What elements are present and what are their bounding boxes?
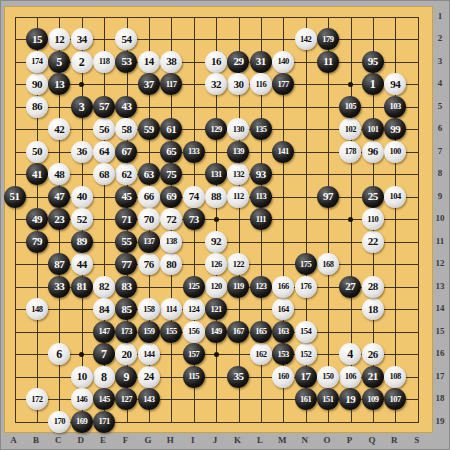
black-stone-move-57: 57 — [93, 96, 115, 118]
board-point-O17: 150 — [317, 365, 339, 388]
white-stone-move-36: 36 — [71, 141, 93, 163]
column-label-Q: Q — [363, 435, 381, 445]
board-point-E14: 84 — [93, 298, 115, 321]
white-stone-move-166: 166 — [272, 276, 294, 298]
row-label-19: 19 — [431, 416, 449, 426]
black-stone-move-19: 19 — [339, 388, 361, 410]
black-stone-move-97: 97 — [317, 186, 339, 208]
white-stone-move-64: 64 — [93, 141, 115, 163]
white-stone-move-62: 62 — [115, 163, 137, 185]
board-point-O2: 179 — [317, 28, 339, 51]
board-point-B3: 174 — [26, 50, 48, 73]
board-point-M17: 160 — [272, 365, 294, 388]
black-stone-move-165: 165 — [250, 321, 272, 343]
black-stone-move-109: 109 — [362, 388, 384, 410]
white-stone-move-170: 170 — [48, 411, 70, 433]
board-point-H14: 114 — [160, 298, 182, 321]
white-stone-move-12: 12 — [48, 28, 70, 50]
white-stone-move-10: 10 — [71, 366, 93, 388]
board-point-J4: 32 — [205, 73, 227, 96]
board-point-D18: 146 — [70, 388, 92, 411]
white-stone-move-108: 108 — [384, 366, 406, 388]
board-point-E6: 56 — [93, 118, 115, 141]
black-stone-move-129: 129 — [205, 118, 227, 140]
white-stone-move-96: 96 — [362, 141, 384, 163]
white-stone-move-88: 88 — [205, 186, 227, 208]
board-point-E3: 118 — [93, 50, 115, 73]
board-point-H10: 72 — [160, 208, 182, 231]
board-point-G6: 59 — [138, 118, 160, 141]
white-stone-move-132: 132 — [227, 163, 249, 185]
board-point-N16: 152 — [294, 343, 316, 366]
board-point-B4: 90 — [26, 73, 48, 96]
board-point-C9: 47 — [48, 185, 70, 208]
black-stone-move-79: 79 — [26, 231, 48, 253]
board-point-I13: 125 — [182, 275, 204, 298]
white-stone-move-42: 42 — [48, 118, 70, 140]
white-stone-move-126: 126 — [205, 253, 227, 275]
white-stone-move-34: 34 — [71, 28, 93, 50]
white-stone-move-76: 76 — [138, 253, 160, 275]
black-stone-move-71: 71 — [115, 208, 137, 230]
row-label-8: 8 — [431, 168, 449, 178]
white-stone-move-174: 174 — [26, 51, 48, 73]
board-point-Q11: 22 — [362, 230, 384, 253]
board-point-A9: 51 — [3, 185, 25, 208]
black-stone-move-149: 149 — [205, 321, 227, 343]
board-point-G17: 24 — [138, 365, 160, 388]
white-stone-move-154: 154 — [295, 321, 317, 343]
board-point-E13: 82 — [93, 275, 115, 298]
board-point-M3: 140 — [272, 50, 294, 73]
board-point-J13: 120 — [205, 275, 227, 298]
board-point-I16: 157 — [182, 343, 204, 366]
board-point-J11: 92 — [205, 230, 227, 253]
board-point-P7: 178 — [339, 140, 361, 163]
board-point-D9: 40 — [70, 185, 92, 208]
black-stone-move-127: 127 — [115, 388, 137, 410]
board-point-D17: 10 — [70, 365, 92, 388]
board-point-J8: 131 — [205, 163, 227, 186]
column-label-F: F — [117, 435, 135, 445]
column-label-N: N — [296, 435, 314, 445]
board-point-F6: 58 — [115, 118, 137, 141]
board-point-F10: 71 — [115, 208, 137, 231]
white-stone-move-14: 14 — [138, 51, 160, 73]
black-stone-move-99: 99 — [384, 118, 406, 140]
white-stone-move-66: 66 — [138, 186, 160, 208]
white-stone-move-86: 86 — [26, 96, 48, 118]
column-label-S: S — [408, 435, 426, 445]
white-stone-move-84: 84 — [93, 298, 115, 320]
column-label-P: P — [341, 435, 359, 445]
white-stone-move-24: 24 — [138, 366, 160, 388]
column-label-L: L — [251, 435, 269, 445]
row-label-6: 6 — [431, 123, 449, 133]
board-point-H6: 61 — [160, 118, 182, 141]
board-point-K7: 139 — [227, 140, 249, 163]
white-stone-move-104: 104 — [384, 186, 406, 208]
white-stone-move-150: 150 — [317, 366, 339, 388]
board-point-C8: 48 — [48, 163, 70, 186]
board-point-C16: 6 — [48, 343, 70, 366]
black-stone-move-53: 53 — [115, 51, 137, 73]
white-stone-move-114: 114 — [160, 298, 182, 320]
go-board[interactable]: 1234567891011121314151617181920212223242… — [4, 6, 433, 433]
board-point-K13: 119 — [227, 275, 249, 298]
black-stone-move-25: 25 — [362, 186, 384, 208]
column-label-J: J — [206, 435, 224, 445]
white-stone-move-90: 90 — [26, 73, 48, 95]
black-stone-move-95: 95 — [362, 51, 384, 73]
white-stone-move-110: 110 — [362, 208, 384, 230]
column-label-G: G — [139, 435, 157, 445]
black-stone-move-173: 173 — [115, 321, 137, 343]
black-stone-move-119: 119 — [227, 276, 249, 298]
board-point-P16: 4 — [339, 343, 361, 366]
board-point-O18: 151 — [317, 388, 339, 411]
board-point-E5: 57 — [93, 95, 115, 118]
white-stone-move-2: 2 — [71, 51, 93, 73]
black-stone-move-77: 77 — [115, 253, 137, 275]
black-stone-move-27: 27 — [339, 276, 361, 298]
board-point-C19: 170 — [48, 410, 70, 433]
board-point-H9: 69 — [160, 185, 182, 208]
black-stone-move-65: 65 — [160, 141, 182, 163]
black-stone-move-103: 103 — [384, 96, 406, 118]
black-stone-move-89: 89 — [71, 231, 93, 253]
black-stone-move-3: 3 — [71, 96, 93, 118]
white-stone-move-100: 100 — [384, 141, 406, 163]
board-point-K17: 35 — [227, 365, 249, 388]
board-point-H8: 75 — [160, 163, 182, 186]
black-stone-move-51: 51 — [4, 186, 26, 208]
white-stone-move-50: 50 — [26, 141, 48, 163]
black-stone-move-83: 83 — [115, 276, 137, 298]
white-stone-move-80: 80 — [160, 253, 182, 275]
white-stone-move-8: 8 — [93, 366, 115, 388]
row-label-5: 5 — [431, 101, 449, 111]
board-point-N17: 17 — [294, 365, 316, 388]
black-stone-move-73: 73 — [183, 208, 205, 230]
black-stone-move-135: 135 — [250, 118, 272, 140]
board-point-N18: 161 — [294, 388, 316, 411]
white-stone-move-142: 142 — [295, 28, 317, 50]
column-label-A: A — [5, 435, 23, 445]
board-point-F16: 20 — [115, 343, 137, 366]
board-point-R17: 108 — [384, 365, 406, 388]
board-point-F18: 127 — [115, 388, 137, 411]
white-stone-move-120: 120 — [205, 276, 227, 298]
board-point-P18: 19 — [339, 388, 361, 411]
row-label-11: 11 — [431, 236, 449, 246]
board-point-F3: 53 — [115, 50, 137, 73]
black-stone-move-1: 1 — [362, 73, 384, 95]
white-stone-move-70: 70 — [138, 208, 160, 230]
board-point-D3: 2 — [70, 50, 92, 73]
black-stone-move-93: 93 — [250, 163, 272, 185]
board-point-Q13: 28 — [362, 275, 384, 298]
board-point-K12: 122 — [227, 253, 249, 276]
board-point-Q6: 101 — [362, 118, 384, 141]
white-stone-move-18: 18 — [362, 298, 384, 320]
black-stone-move-139: 139 — [227, 141, 249, 163]
row-label-2: 2 — [431, 33, 449, 43]
board-point-D2: 34 — [70, 28, 92, 51]
black-stone-move-7: 7 — [93, 343, 115, 365]
white-stone-move-158: 158 — [138, 298, 160, 320]
board-point-L15: 165 — [250, 320, 272, 343]
black-stone-move-145: 145 — [93, 388, 115, 410]
black-stone-move-31: 31 — [250, 51, 272, 73]
board-point-Q18: 109 — [362, 388, 384, 411]
board-point-G9: 66 — [138, 185, 160, 208]
white-stone-move-44: 44 — [71, 253, 93, 275]
column-label-B: B — [27, 435, 45, 445]
board-point-G16: 144 — [138, 343, 160, 366]
white-stone-move-178: 178 — [339, 141, 361, 163]
black-stone-move-29: 29 — [227, 51, 249, 73]
board-point-P13: 27 — [339, 275, 361, 298]
board-point-G18: 143 — [138, 388, 160, 411]
board-point-J12: 126 — [205, 253, 227, 276]
white-stone-move-118: 118 — [93, 51, 115, 73]
black-stone-move-121: 121 — [205, 298, 227, 320]
black-stone-move-43: 43 — [115, 96, 137, 118]
board-point-J15: 149 — [205, 320, 227, 343]
column-label-I: I — [184, 435, 202, 445]
board-point-F9: 45 — [115, 185, 137, 208]
row-label-9: 9 — [431, 191, 449, 201]
white-stone-move-92: 92 — [205, 231, 227, 253]
board-point-M13: 166 — [272, 275, 294, 298]
board-point-I15: 156 — [182, 320, 204, 343]
board-point-P17: 106 — [339, 365, 361, 388]
board-point-N15: 154 — [294, 320, 316, 343]
board-point-Q3: 95 — [362, 50, 384, 73]
row-label-10: 10 — [431, 213, 449, 223]
board-point-F15: 173 — [115, 320, 137, 343]
row-label-15: 15 — [431, 326, 449, 336]
black-stone-move-159: 159 — [138, 321, 160, 343]
board-point-L16: 162 — [250, 343, 272, 366]
black-stone-move-45: 45 — [115, 186, 137, 208]
white-stone-move-40: 40 — [71, 186, 93, 208]
board-point-L13: 123 — [250, 275, 272, 298]
row-label-16: 16 — [431, 348, 449, 358]
white-stone-move-164: 164 — [272, 298, 294, 320]
black-stone-move-169: 169 — [71, 411, 93, 433]
white-stone-move-124: 124 — [183, 298, 205, 320]
black-stone-move-37: 37 — [138, 73, 160, 95]
row-label-1: 1 — [431, 11, 449, 21]
board-point-C4: 13 — [48, 73, 70, 96]
board-point-G8: 63 — [138, 163, 160, 186]
board-point-I7: 133 — [182, 140, 204, 163]
black-stone-move-61: 61 — [160, 118, 182, 140]
board-point-B5: 86 — [26, 95, 48, 118]
board-point-K15: 167 — [227, 320, 249, 343]
board-point-R7: 100 — [384, 140, 406, 163]
column-label-E: E — [94, 435, 112, 445]
row-label-17: 17 — [431, 371, 449, 381]
row-label-4: 4 — [431, 78, 449, 88]
white-stone-move-30: 30 — [227, 73, 249, 95]
black-stone-move-115: 115 — [183, 366, 205, 388]
board-point-K4: 30 — [227, 73, 249, 96]
black-stone-move-87: 87 — [48, 253, 70, 275]
black-stone-move-155: 155 — [160, 321, 182, 343]
board-point-R6: 99 — [384, 118, 406, 141]
black-stone-move-177: 177 — [272, 73, 294, 95]
board-point-Q9: 25 — [362, 185, 384, 208]
board-point-R9: 104 — [384, 185, 406, 208]
black-stone-move-69: 69 — [160, 186, 182, 208]
board-point-C6: 42 — [48, 118, 70, 141]
black-stone-move-13: 13 — [48, 73, 70, 95]
black-stone-move-107: 107 — [384, 388, 406, 410]
board-point-Q14: 18 — [362, 298, 384, 321]
black-stone-move-157: 157 — [183, 343, 205, 365]
board-point-F11: 55 — [115, 230, 137, 253]
board-point-B10: 49 — [26, 208, 48, 231]
black-stone-move-163: 163 — [272, 321, 294, 343]
white-stone-move-176: 176 — [295, 276, 317, 298]
white-stone-move-26: 26 — [362, 343, 384, 365]
black-stone-move-141: 141 — [272, 141, 294, 163]
board-point-R4: 94 — [384, 73, 406, 96]
white-stone-move-130: 130 — [227, 118, 249, 140]
row-label-3: 3 — [431, 56, 449, 66]
board-point-K9: 112 — [227, 185, 249, 208]
black-stone-move-175: 175 — [295, 253, 317, 275]
board-point-P6: 102 — [339, 118, 361, 141]
board-point-L4: 116 — [250, 73, 272, 96]
white-stone-move-6: 6 — [48, 343, 70, 365]
black-stone-move-153: 153 — [272, 343, 294, 365]
black-stone-move-81: 81 — [71, 276, 93, 298]
black-stone-move-9: 9 — [115, 366, 137, 388]
black-stone-move-85: 85 — [115, 298, 137, 320]
row-label-14: 14 — [431, 303, 449, 313]
white-stone-move-52: 52 — [71, 208, 93, 230]
white-stone-move-146: 146 — [71, 388, 93, 410]
board-point-F13: 83 — [115, 275, 137, 298]
board-point-E16: 7 — [93, 343, 115, 366]
black-stone-move-111: 111 — [250, 208, 272, 230]
column-label-M: M — [273, 435, 291, 445]
board-point-E19: 171 — [93, 410, 115, 433]
board-point-H15: 155 — [160, 320, 182, 343]
board-point-O3: 11 — [317, 50, 339, 73]
board-point-F2: 54 — [115, 28, 137, 51]
board-point-F7: 67 — [115, 140, 137, 163]
white-stone-move-20: 20 — [115, 343, 137, 365]
board-point-H3: 38 — [160, 50, 182, 73]
black-stone-move-171: 171 — [93, 411, 115, 433]
board-point-M7: 141 — [272, 140, 294, 163]
board-point-Q16: 26 — [362, 343, 384, 366]
board-point-D7: 36 — [70, 140, 92, 163]
board-point-K3: 29 — [227, 50, 249, 73]
board-point-N2: 142 — [294, 28, 316, 51]
black-stone-move-117: 117 — [160, 73, 182, 95]
board-point-O9: 97 — [317, 185, 339, 208]
screenshot-root: { "game": "go", "title": "Go game record… — [0, 0, 450, 450]
black-stone-move-67: 67 — [115, 141, 137, 163]
board-point-E17: 8 — [93, 365, 115, 388]
board-point-O12: 168 — [317, 253, 339, 276]
black-stone-move-33: 33 — [48, 276, 70, 298]
black-stone-move-63: 63 — [138, 163, 160, 185]
white-stone-move-160: 160 — [272, 366, 294, 388]
stones-layer: 1234567891011121314151617181920212223242… — [3, 5, 428, 433]
board-point-E7: 64 — [93, 140, 115, 163]
board-point-B7: 50 — [26, 140, 48, 163]
board-point-C2: 12 — [48, 28, 70, 51]
white-stone-move-68: 68 — [93, 163, 115, 185]
black-stone-move-143: 143 — [138, 388, 160, 410]
white-stone-move-74: 74 — [183, 186, 205, 208]
white-stone-move-122: 122 — [227, 253, 249, 275]
board-point-H11: 138 — [160, 230, 182, 253]
row-label-13: 13 — [431, 281, 449, 291]
black-stone-move-21: 21 — [362, 366, 384, 388]
column-label-R: R — [385, 435, 403, 445]
board-point-B2: 15 — [26, 28, 48, 51]
white-stone-move-112: 112 — [227, 186, 249, 208]
board-point-N12: 175 — [294, 253, 316, 276]
board-point-L8: 93 — [250, 163, 272, 186]
board-point-G15: 159 — [138, 320, 160, 343]
white-stone-move-140: 140 — [272, 51, 294, 73]
black-stone-move-59: 59 — [138, 118, 160, 140]
board-point-D12: 44 — [70, 253, 92, 276]
black-stone-move-167: 167 — [227, 321, 249, 343]
white-stone-move-94: 94 — [384, 73, 406, 95]
white-stone-move-116: 116 — [250, 73, 272, 95]
board-point-F17: 9 — [115, 365, 137, 388]
board-point-B8: 41 — [26, 163, 48, 186]
board-point-Q7: 96 — [362, 140, 384, 163]
white-stone-move-148: 148 — [26, 298, 48, 320]
column-label-C: C — [49, 435, 67, 445]
white-stone-move-156: 156 — [183, 321, 205, 343]
board-point-L10: 111 — [250, 208, 272, 231]
black-stone-move-125: 125 — [183, 276, 205, 298]
white-stone-move-16: 16 — [205, 51, 227, 73]
black-stone-move-101: 101 — [362, 118, 384, 140]
black-stone-move-133: 133 — [183, 141, 205, 163]
board-point-E15: 147 — [93, 320, 115, 343]
black-stone-move-55: 55 — [115, 231, 137, 253]
board-point-B14: 148 — [26, 298, 48, 321]
white-stone-move-152: 152 — [295, 343, 317, 365]
white-stone-move-32: 32 — [205, 73, 227, 95]
white-stone-move-82: 82 — [93, 276, 115, 298]
board-point-D5: 3 — [70, 95, 92, 118]
white-stone-move-56: 56 — [93, 118, 115, 140]
black-stone-move-35: 35 — [227, 366, 249, 388]
board-point-C3: 5 — [48, 50, 70, 73]
black-stone-move-123: 123 — [250, 276, 272, 298]
board-point-I9: 74 — [182, 185, 204, 208]
board-point-J3: 16 — [205, 50, 227, 73]
black-stone-move-131: 131 — [205, 163, 227, 185]
board-point-D13: 81 — [70, 275, 92, 298]
black-stone-move-49: 49 — [26, 208, 48, 230]
board-point-L6: 135 — [250, 118, 272, 141]
